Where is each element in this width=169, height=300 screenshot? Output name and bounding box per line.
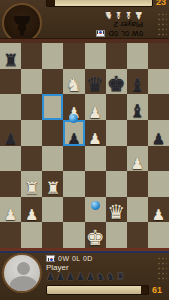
square-h7[interactable] bbox=[148, 69, 169, 95]
captured-piece-icon: ♞ bbox=[106, 271, 116, 282]
bottom-player-bar: 0W 0L 0D Player ♟♟♟♟♟♞♞♜ 61 bbox=[0, 253, 169, 300]
piece-wP-e5[interactable]: ♟ bbox=[85, 104, 106, 146]
person-silhouette-icon bbox=[17, 262, 30, 275]
captured-piece-icon: ♟ bbox=[56, 271, 66, 282]
bottom-drag-handle-dots bbox=[157, 256, 167, 283]
top-player-info-rotated: 0W 0L 0D Player 2 ♟♝♝♞ 23 bbox=[45, 1, 167, 38]
square-a4[interactable] bbox=[0, 146, 21, 172]
square-c7[interactable] bbox=[42, 69, 63, 95]
square-b6[interactable] bbox=[21, 94, 42, 120]
square-h1[interactable] bbox=[148, 222, 169, 248]
piece-bK-f7[interactable]: ♚ bbox=[106, 53, 127, 95]
top-player-record: 0W 0L 0D bbox=[108, 30, 143, 37]
bottom-player-avatar[interactable] bbox=[2, 253, 42, 293]
square-b7[interactable] bbox=[21, 69, 42, 95]
piece-bR-a8[interactable]: ♜ bbox=[0, 27, 21, 69]
board: ♜♞♛♚♝♟♟♝♟♟♟♟♟♜♜♟♟♛♟♚ bbox=[0, 43, 169, 248]
top-progress-track bbox=[46, 0, 153, 7]
captured-piece-icon: ♟ bbox=[76, 271, 86, 282]
top-player-bar: ♟ 0W 0L 0D Player 2 ♟♝♝♞ 23 bbox=[0, 0, 169, 39]
captured-piece-icon: ♜ bbox=[116, 271, 126, 282]
square-c1[interactable] bbox=[42, 222, 63, 248]
square-f5[interactable] bbox=[106, 120, 127, 146]
piece-bP-h5[interactable]: ♟ bbox=[148, 104, 169, 146]
square-e4[interactable] bbox=[85, 146, 106, 172]
blue-ball-marker-d6 bbox=[69, 114, 78, 123]
piece-wQ-f2[interactable]: ♛ bbox=[106, 181, 127, 223]
chess-app-screen: ♟ 0W 0L 0D Player 2 ♟♝♝♞ 23 ♜♞♛♚♝♟♟♝♟♟♟♟… bbox=[0, 0, 169, 300]
top-captured-tray: ♟♝♝♞ bbox=[45, 9, 143, 20]
piece-wK-e1[interactable]: ♚ bbox=[85, 206, 106, 248]
square-g2[interactable] bbox=[127, 197, 148, 223]
piece-bB-g6[interactable]: ♝ bbox=[127, 78, 148, 120]
square-e3[interactable] bbox=[85, 171, 106, 197]
piece-wP-h2[interactable]: ♟ bbox=[148, 181, 169, 223]
square-d2[interactable] bbox=[63, 197, 84, 223]
bottom-progress-fill bbox=[47, 286, 141, 294]
square-f1[interactable] bbox=[106, 222, 127, 248]
last-move-highlight-c6 bbox=[42, 94, 63, 120]
captured-piece-icon: ♟ bbox=[66, 271, 76, 282]
top-timer-value: 23 bbox=[156, 0, 166, 7]
square-f6[interactable] bbox=[106, 94, 127, 120]
bottom-progress-track bbox=[46, 285, 149, 295]
bottom-timer-value: 61 bbox=[152, 285, 162, 295]
square-g1[interactable] bbox=[127, 222, 148, 248]
piece-wR-c3[interactable]: ♜ bbox=[42, 155, 63, 197]
square-h8[interactable] bbox=[148, 43, 169, 69]
captured-piece-icon: ♞ bbox=[96, 271, 106, 282]
top-drag-handle-dots bbox=[157, 12, 167, 39]
captured-piece-icon: ♝ bbox=[123, 10, 133, 21]
piece-wP-g4[interactable]: ♟ bbox=[127, 130, 148, 172]
square-d4[interactable] bbox=[63, 146, 84, 172]
bottom-captured-tray: ♟♟♟♟♟♞♞♜ bbox=[46, 272, 156, 283]
square-b1[interactable] bbox=[21, 222, 42, 248]
square-a7[interactable] bbox=[0, 69, 21, 95]
captured-piece-icon: ♝ bbox=[113, 10, 123, 21]
captured-piece-icon: ♟ bbox=[46, 271, 56, 282]
blue-ball-marker-e2 bbox=[91, 201, 100, 210]
square-f4[interactable] bbox=[106, 146, 127, 172]
square-b8[interactable] bbox=[21, 43, 42, 69]
piece-wP-b2[interactable]: ♟ bbox=[21, 181, 42, 223]
captured-piece-icon: ♟ bbox=[86, 271, 96, 282]
captured-piece-icon: ♟ bbox=[133, 10, 143, 21]
square-d1[interactable] bbox=[63, 222, 84, 248]
top-progress-fill bbox=[55, 0, 152, 6]
bottom-player-record: 0W 0L 0D bbox=[58, 255, 93, 262]
last-move-highlight-d5 bbox=[63, 120, 84, 146]
square-c5[interactable] bbox=[42, 120, 63, 146]
captured-piece-icon: ♞ bbox=[103, 10, 113, 21]
south-korea-flag-icon bbox=[96, 30, 105, 37]
top-player-name: Player 2 bbox=[45, 20, 143, 29]
square-g3[interactable] bbox=[127, 171, 148, 197]
square-d3[interactable] bbox=[63, 171, 84, 197]
square-c2[interactable] bbox=[42, 197, 63, 223]
piece-wP-a2[interactable]: ♟ bbox=[0, 181, 21, 223]
south-korea-flag-icon bbox=[46, 255, 55, 262]
square-a1[interactable] bbox=[0, 222, 21, 248]
square-c8[interactable] bbox=[42, 43, 63, 69]
square-b5[interactable] bbox=[21, 120, 42, 146]
piece-bP-a5[interactable]: ♟ bbox=[0, 104, 21, 146]
square-h4[interactable] bbox=[148, 146, 169, 172]
